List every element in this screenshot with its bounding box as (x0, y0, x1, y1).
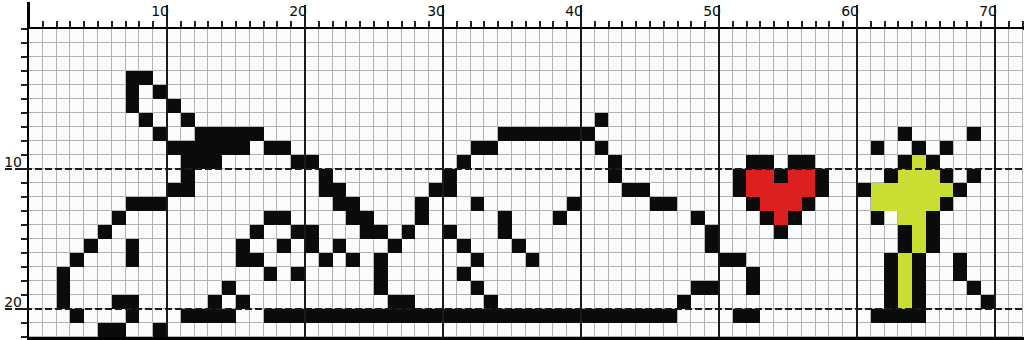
grid-cell (1009, 57, 1023, 71)
grid-cell (650, 141, 664, 155)
grid-cell (760, 295, 774, 309)
grid-cell (553, 57, 567, 71)
grid-cell (374, 29, 388, 43)
grid-cell (415, 85, 429, 99)
grid-cell (333, 253, 347, 267)
grid-cell (981, 71, 995, 85)
grid-cell (181, 141, 195, 155)
grid-cell (636, 155, 650, 169)
grid-cell (126, 99, 140, 113)
grid-cell (884, 183, 898, 197)
grid-cell (595, 309, 609, 323)
grid-cell (498, 197, 512, 211)
grid-cell (1009, 113, 1023, 127)
grid-cell (415, 323, 429, 337)
grid-cell (98, 295, 112, 309)
grid-cell (512, 281, 526, 295)
grid-cell (484, 197, 498, 211)
grid-cell (360, 295, 374, 309)
grid-cell (567, 113, 581, 127)
grid-cell (940, 141, 954, 155)
grid-cell (388, 197, 402, 211)
grid-cell (912, 169, 926, 183)
grid-cell (471, 113, 485, 127)
grid-cell (981, 183, 995, 197)
grid-cell (388, 281, 402, 295)
grid-cell (333, 113, 347, 127)
grid-cell (857, 295, 871, 309)
grid-cell (153, 169, 167, 183)
grid-cell (940, 295, 954, 309)
grid-cell (526, 127, 540, 141)
grid-cell (429, 85, 443, 99)
grid-cell (843, 29, 857, 43)
grid-cell (636, 197, 650, 211)
grid-cell (553, 169, 567, 183)
grid-cell (871, 211, 885, 225)
grid-cell (802, 43, 816, 57)
grid-cell (705, 239, 719, 253)
grid-cell (788, 267, 802, 281)
grid-cell (98, 211, 112, 225)
grid-cell (1009, 127, 1023, 141)
grid-cell (608, 127, 622, 141)
grid-cell (539, 197, 553, 211)
grid-cell (857, 141, 871, 155)
grid-cell (871, 99, 885, 113)
grid-cell (581, 43, 595, 57)
grid-cell (346, 169, 360, 183)
grid-cell (333, 309, 347, 323)
grid-cell (291, 57, 305, 71)
grid-cell (926, 127, 940, 141)
grid-cell (70, 29, 84, 43)
grid-cell (664, 99, 678, 113)
grid-cell (112, 211, 126, 225)
grid-cell (98, 99, 112, 113)
grid-cell (691, 29, 705, 43)
grid-cell (208, 309, 222, 323)
grid-cell (153, 309, 167, 323)
grid-cell (829, 295, 843, 309)
grid-cell (788, 43, 802, 57)
grid-cell (829, 281, 843, 295)
grid-cell (539, 323, 553, 337)
grid-cell (402, 113, 416, 127)
grid-cell (84, 309, 98, 323)
grid-cell (802, 183, 816, 197)
grid-cell (981, 141, 995, 155)
grid-cell (553, 323, 567, 337)
grid-cell (84, 29, 98, 43)
grid-cell (112, 253, 126, 267)
grid-cell (774, 43, 788, 57)
grid-cell (70, 127, 84, 141)
grid-cell (388, 99, 402, 113)
grid-cell (677, 85, 691, 99)
grid-cell (222, 85, 236, 99)
grid-cell (29, 323, 43, 337)
grid-cell (236, 267, 250, 281)
grid-cell (112, 225, 126, 239)
grid-cell (333, 99, 347, 113)
grid-cell (788, 281, 802, 295)
grid-cell (912, 113, 926, 127)
grid-cell (250, 239, 264, 253)
grid-cell (581, 295, 595, 309)
grid-cell (84, 113, 98, 127)
grid-cell (884, 141, 898, 155)
grid-cell (995, 141, 1009, 155)
grid-cell (305, 225, 319, 239)
grid-cell (84, 211, 98, 225)
grid-cell (595, 281, 609, 295)
grid-cell (388, 169, 402, 183)
grid-cell (319, 239, 333, 253)
grid-cell (84, 99, 98, 113)
grid-cell (650, 85, 664, 99)
grid-cell (443, 309, 457, 323)
grid-cell (498, 295, 512, 309)
grid-cell (608, 253, 622, 267)
grid-cell (567, 197, 581, 211)
grid-cell (429, 29, 443, 43)
grid-cell (1009, 281, 1023, 295)
grid-cell (181, 211, 195, 225)
grid-cell (829, 211, 843, 225)
grid-cell (457, 239, 471, 253)
grid-cell (181, 29, 195, 43)
grid-cell (402, 323, 416, 337)
grid-cell (802, 127, 816, 141)
grid-cell (981, 211, 995, 225)
grid-cell (691, 323, 705, 337)
grid-cell (457, 29, 471, 43)
grid-cell (677, 71, 691, 85)
grid-cell (429, 155, 443, 169)
grid-cell (746, 323, 760, 337)
grid-cell (195, 197, 209, 211)
grid-cell (236, 239, 250, 253)
grid-cell (774, 295, 788, 309)
grid-cell (333, 211, 347, 225)
grid-cell (236, 295, 250, 309)
grid-cell (360, 43, 374, 57)
grid-cell (126, 295, 140, 309)
grid-cell (250, 43, 264, 57)
grid-cell (664, 267, 678, 281)
grid-cell (843, 323, 857, 337)
grid-cell (471, 211, 485, 225)
grid-cell (526, 85, 540, 99)
grid-cell (1009, 211, 1023, 225)
grid-cell (788, 113, 802, 127)
grid-cell (29, 281, 43, 295)
grid-cell (581, 253, 595, 267)
grid-cell (622, 155, 636, 169)
grid-cell (195, 323, 209, 337)
grid-cell (802, 239, 816, 253)
grid-cell (374, 71, 388, 85)
grid-cell (553, 309, 567, 323)
grid-cell (415, 281, 429, 295)
grid-cell (719, 99, 733, 113)
grid-cell (429, 267, 443, 281)
grid-cell (1009, 295, 1023, 309)
grid-cell (622, 127, 636, 141)
grid-cell (788, 197, 802, 211)
grid-cell (898, 113, 912, 127)
grid-cell (815, 113, 829, 127)
grid-cell (719, 43, 733, 57)
grid-cell (29, 127, 43, 141)
grid-cell (691, 253, 705, 267)
grid-cell (677, 225, 691, 239)
grid-cell (539, 183, 553, 197)
grid-cell (484, 85, 498, 99)
grid-cell (981, 169, 995, 183)
grid-cell (98, 169, 112, 183)
grid-cell (940, 281, 954, 295)
grid-cell (360, 267, 374, 281)
grid-cell (415, 127, 429, 141)
grid-cell (857, 155, 871, 169)
grid-cell (788, 169, 802, 183)
cross-stitch-chart: 10203040506070 1020 (0, 0, 1024, 340)
grid-cell (484, 141, 498, 155)
grid-cell (208, 253, 222, 267)
grid-cell (195, 169, 209, 183)
grid-cell (471, 309, 485, 323)
grid-cell (236, 71, 250, 85)
grid-cell (553, 43, 567, 57)
grid-cell (815, 127, 829, 141)
grid-cell (484, 169, 498, 183)
grid-cell (650, 253, 664, 267)
grid-cell (995, 281, 1009, 295)
grid-cell (112, 43, 126, 57)
grid-cell (815, 169, 829, 183)
grid-cell (829, 309, 843, 323)
grid-cell (967, 281, 981, 295)
grid-cell (402, 309, 416, 323)
grid-cell (415, 43, 429, 57)
grid-cell (650, 309, 664, 323)
grid-cell (388, 141, 402, 155)
grid-cell (208, 225, 222, 239)
grid-cell (636, 309, 650, 323)
grid-cell (112, 169, 126, 183)
grid-cell (539, 71, 553, 85)
grid-cell (691, 267, 705, 281)
grid-cell (815, 225, 829, 239)
grid-cell (622, 197, 636, 211)
grid-cell (374, 169, 388, 183)
grid-cell (953, 127, 967, 141)
grid-cell (305, 309, 319, 323)
grid-cell (926, 29, 940, 43)
grid-cell (677, 141, 691, 155)
grid-cell (70, 309, 84, 323)
grid-cell (595, 57, 609, 71)
grid-cell (691, 197, 705, 211)
grid-cell (195, 99, 209, 113)
grid-cell (926, 99, 940, 113)
grid-cell (291, 211, 305, 225)
grid-cell (526, 141, 540, 155)
grid-cell (457, 155, 471, 169)
grid-cell (981, 239, 995, 253)
grid-cell (595, 197, 609, 211)
grid-cell (305, 197, 319, 211)
grid-cell (539, 225, 553, 239)
grid-cell (374, 113, 388, 127)
grid-cell (429, 183, 443, 197)
grid-cell (746, 57, 760, 71)
grid-cell (195, 113, 209, 127)
grid-cell (967, 211, 981, 225)
grid-cell (236, 113, 250, 127)
grid-cell (167, 295, 181, 309)
grid-cell (457, 295, 471, 309)
grid-cell (43, 267, 57, 281)
grid-cell (774, 169, 788, 183)
grid-cell (415, 113, 429, 127)
grid-cell (277, 155, 291, 169)
grid-cell (291, 323, 305, 337)
grid-cell (733, 225, 747, 239)
grid-cell (264, 113, 278, 127)
grid-cell (70, 183, 84, 197)
grid-cell (126, 43, 140, 57)
grid-cell (264, 309, 278, 323)
grid-cell (167, 197, 181, 211)
grid-cell (236, 225, 250, 239)
major-vertical-line (856, 5, 858, 337)
grid-cell (484, 253, 498, 267)
grid-cell (746, 295, 760, 309)
grid-cell (222, 281, 236, 295)
grid-cell (512, 99, 526, 113)
grid-cell (139, 155, 153, 169)
grid-cell (277, 281, 291, 295)
grid-cell (581, 309, 595, 323)
grid-cell (967, 29, 981, 43)
grid-cell (305, 29, 319, 43)
grid-cell (608, 197, 622, 211)
grid-cell (291, 225, 305, 239)
grid-cell (622, 267, 636, 281)
grid-cell (319, 211, 333, 225)
grid-cell (912, 85, 926, 99)
grid-cell (967, 197, 981, 211)
grid-cell (595, 253, 609, 267)
grid-cell (222, 211, 236, 225)
grid-cell (967, 267, 981, 281)
grid-cell (374, 211, 388, 225)
grid-cell (526, 267, 540, 281)
grid-cell (415, 309, 429, 323)
grid-cell (843, 85, 857, 99)
grid-cell (636, 99, 650, 113)
grid-cell (898, 197, 912, 211)
grid-cell (526, 183, 540, 197)
grid-cell (595, 85, 609, 99)
grid-cell (884, 295, 898, 309)
grid-cell (153, 113, 167, 127)
grid-cell (402, 267, 416, 281)
grid-cell (1009, 43, 1023, 57)
grid-cell (222, 57, 236, 71)
grid-cell (402, 57, 416, 71)
grid-cell (319, 295, 333, 309)
grid-cell (912, 253, 926, 267)
grid-cell (719, 239, 733, 253)
grid-cell (526, 71, 540, 85)
grid-cell (167, 71, 181, 85)
grid-cell (70, 295, 84, 309)
grid-cell (333, 155, 347, 169)
grid-cell (967, 323, 981, 337)
grid-cell (402, 99, 416, 113)
grid-cell (774, 239, 788, 253)
grid-cell (402, 71, 416, 85)
grid-cell (333, 57, 347, 71)
grid-cell (636, 141, 650, 155)
grid-cell (857, 29, 871, 43)
grid-cell (719, 141, 733, 155)
grid-cell (43, 169, 57, 183)
grid-cell (705, 85, 719, 99)
grid-cell (912, 309, 926, 323)
grid-cell (264, 295, 278, 309)
grid-cell (126, 253, 140, 267)
grid-cell (733, 57, 747, 71)
grid-cell (553, 155, 567, 169)
grid-cell (746, 155, 760, 169)
grid-cell (112, 281, 126, 295)
grid-cell (912, 197, 926, 211)
grid-cell (581, 71, 595, 85)
grid-cell (57, 295, 71, 309)
grid-cell (898, 127, 912, 141)
grid-cell (719, 323, 733, 337)
grid-cell (595, 225, 609, 239)
grid-cell (636, 57, 650, 71)
grid-cell (553, 141, 567, 155)
grid-cell (995, 29, 1009, 43)
grid-cell (567, 309, 581, 323)
grid-cell (802, 155, 816, 169)
grid-cell (581, 155, 595, 169)
grid-cell (567, 127, 581, 141)
grid-cell (139, 29, 153, 43)
grid-cell (498, 29, 512, 43)
grid-cell (346, 43, 360, 57)
grid-cell (926, 57, 940, 71)
grid-cell (153, 99, 167, 113)
grid-cell (70, 281, 84, 295)
grid-cell (746, 113, 760, 127)
grid-cell (912, 127, 926, 141)
grid-cell (705, 267, 719, 281)
grid-cell (236, 99, 250, 113)
grid-cell (760, 309, 774, 323)
grid-cell (250, 57, 264, 71)
grid-cell (195, 281, 209, 295)
grid-cell (691, 281, 705, 295)
grid-cell (539, 309, 553, 323)
